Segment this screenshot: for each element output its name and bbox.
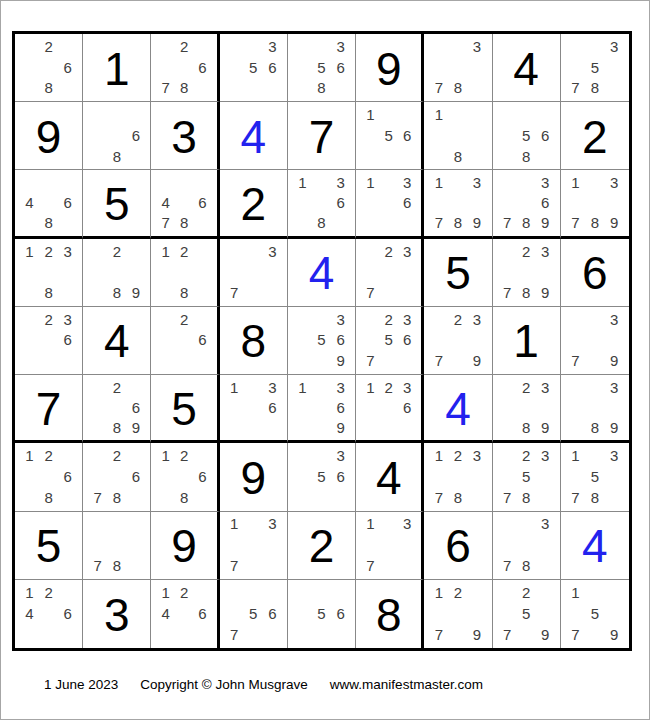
cell-r1c1[interactable]: 268 bbox=[15, 34, 83, 102]
cell-r8c7[interactable]: 6 bbox=[424, 512, 492, 580]
given-digit: 9 bbox=[36, 112, 62, 160]
pencil-marks: 156 bbox=[356, 102, 421, 169]
pencil-marks: 2689 bbox=[83, 375, 150, 440]
given-digit: 4 bbox=[376, 453, 402, 501]
cell-r2c3[interactable]: 3 bbox=[151, 102, 219, 170]
cell-r7c9[interactable]: 13578 bbox=[561, 443, 629, 511]
given-digit: 2 bbox=[582, 112, 608, 160]
given-digit: 5 bbox=[104, 179, 130, 227]
candidate-digit: 1 bbox=[20, 241, 39, 262]
candidate-digit: 3 bbox=[331, 309, 350, 330]
given-digit: 5 bbox=[445, 248, 471, 296]
cell-r6c4[interactable]: 136 bbox=[220, 375, 288, 443]
pencil-marks: 567 bbox=[220, 580, 287, 648]
pencil-marks: 36789 bbox=[493, 170, 560, 235]
candidate-digit: 1 bbox=[225, 514, 244, 535]
candidate-digit: 2 bbox=[380, 309, 398, 330]
pencil-marks: 568 bbox=[493, 102, 560, 169]
cell-r7c7[interactable]: 12378 bbox=[424, 443, 492, 511]
candidate-digit: 9 bbox=[605, 624, 624, 645]
cell-r7c1[interactable]: 1268 bbox=[15, 443, 83, 511]
candidate-digit: 7 bbox=[225, 555, 244, 576]
candidate-digit: 2 bbox=[175, 241, 193, 262]
candidate-digit: 3 bbox=[398, 241, 416, 262]
candidate-digit: 8 bbox=[107, 282, 126, 303]
pencil-marks: 356 bbox=[288, 443, 355, 510]
candidate-digit: 5 bbox=[517, 603, 536, 624]
pencil-marks: 1238 bbox=[15, 239, 82, 306]
pencil-marks: 468 bbox=[15, 170, 82, 235]
candidate-digit: 8 bbox=[175, 77, 193, 98]
candidate-digit: 8 bbox=[39, 487, 58, 508]
candidate-digit: 3 bbox=[536, 377, 555, 397]
pencil-marks: 356 bbox=[220, 34, 287, 101]
candidate-digit: 2 bbox=[517, 445, 536, 466]
candidate-digit: 3 bbox=[605, 445, 624, 466]
cell-r2c8[interactable]: 568 bbox=[493, 102, 561, 170]
candidate-digit: 1 bbox=[361, 514, 379, 535]
given-digit: 5 bbox=[36, 521, 62, 569]
candidate-digit: 3 bbox=[398, 514, 416, 535]
candidate-digit: 9 bbox=[331, 417, 350, 437]
cell-r9c8[interactable]: 2579 bbox=[493, 580, 561, 648]
candidate-digit: 1 bbox=[429, 104, 448, 125]
candidate-digit: 7 bbox=[88, 555, 107, 576]
candidate-digit: 6 bbox=[331, 397, 350, 417]
cell-r9c5[interactable]: 56 bbox=[288, 580, 356, 648]
candidate-digit: 5 bbox=[312, 466, 331, 487]
cell-r6c2[interactable]: 2689 bbox=[83, 375, 151, 443]
candidate-digit: 3 bbox=[536, 445, 555, 466]
cell-r5c6[interactable]: 23567 bbox=[356, 307, 424, 375]
candidate-digit: 2 bbox=[175, 582, 193, 603]
cell-r1c3[interactable]: 2678 bbox=[151, 34, 219, 102]
pencil-marks: 2678 bbox=[83, 443, 150, 510]
candidate-digit: 8 bbox=[517, 282, 536, 303]
candidate-digit: 1 bbox=[225, 377, 244, 397]
candidate-digit: 6 bbox=[58, 330, 77, 351]
cell-r9c3[interactable]: 1246 bbox=[151, 580, 219, 648]
pencil-marks: 379 bbox=[561, 307, 629, 374]
candidate-digit: 3 bbox=[467, 36, 486, 57]
solved-digit: 4 bbox=[309, 248, 335, 296]
candidate-digit: 7 bbox=[498, 213, 517, 233]
cell-r9c4[interactable]: 567 bbox=[220, 580, 288, 648]
candidate-digit: 2 bbox=[448, 445, 467, 466]
footer-website: www.manifestmaster.com bbox=[330, 677, 483, 692]
candidate-digit: 1 bbox=[20, 445, 39, 466]
pencil-marks: 13578 bbox=[561, 443, 629, 510]
candidate-digit: 1 bbox=[566, 172, 585, 192]
given-digit: 2 bbox=[240, 179, 266, 227]
candidate-digit: 8 bbox=[585, 77, 604, 98]
given-digit: 4 bbox=[513, 44, 539, 92]
candidate-digit: 6 bbox=[126, 125, 145, 146]
cell-r9c9[interactable]: 1579 bbox=[561, 580, 629, 648]
candidate-digit: 3 bbox=[331, 377, 350, 397]
cell-r3c7[interactable]: 13789 bbox=[424, 170, 492, 238]
candidate-digit: 6 bbox=[193, 193, 211, 213]
candidate-digit: 2 bbox=[39, 582, 58, 603]
candidate-digit: 3 bbox=[467, 445, 486, 466]
candidate-digit: 4 bbox=[20, 193, 39, 213]
given-digit: 2 bbox=[309, 521, 335, 569]
candidate-digit: 5 bbox=[517, 125, 536, 146]
cell-r9c7[interactable]: 1279 bbox=[424, 580, 492, 648]
candidate-digit: 7 bbox=[498, 487, 517, 508]
pencil-marks: 13789 bbox=[561, 170, 629, 235]
candidate-digit: 2 bbox=[175, 309, 193, 330]
cell-r7c4[interactable]: 9 bbox=[220, 443, 288, 511]
given-digit: 7 bbox=[36, 384, 62, 432]
pencil-marks: 1268 bbox=[15, 443, 82, 510]
cell-r3c1[interactable]: 468 bbox=[15, 170, 83, 238]
cell-r2c9[interactable]: 2 bbox=[561, 102, 629, 170]
candidate-digit: 2 bbox=[107, 445, 126, 466]
candidate-digit: 1 bbox=[361, 377, 379, 397]
candidate-digit: 1 bbox=[293, 172, 312, 192]
candidate-digit: 5 bbox=[312, 603, 331, 624]
cell-r5c2[interactable]: 4 bbox=[83, 307, 151, 375]
candidate-digit: 7 bbox=[429, 77, 448, 98]
candidate-digit: 2 bbox=[517, 582, 536, 603]
candidate-digit: 8 bbox=[448, 146, 467, 167]
cell-r7c5[interactable]: 356 bbox=[288, 443, 356, 511]
cell-r4c5[interactable]: 4 bbox=[288, 239, 356, 307]
cell-r2c2[interactable]: 68 bbox=[83, 102, 151, 170]
candidate-digit: 5 bbox=[244, 57, 263, 78]
solved-digit: 4 bbox=[445, 384, 471, 432]
candidate-digit: 7 bbox=[566, 624, 585, 645]
candidate-digit: 8 bbox=[107, 487, 126, 508]
cell-r8c5[interactable]: 2 bbox=[288, 512, 356, 580]
puzzle-page: 2681267835635689378435789683471561856824… bbox=[0, 0, 650, 720]
pencil-marks: 236 bbox=[15, 307, 82, 374]
candidate-digit: 1 bbox=[156, 241, 174, 262]
cell-r3c2[interactable]: 5 bbox=[83, 170, 151, 238]
candidate-digit: 8 bbox=[448, 487, 467, 508]
candidate-digit: 7 bbox=[566, 213, 585, 233]
candidate-digit: 5 bbox=[244, 603, 263, 624]
pencil-marks: 136 bbox=[356, 170, 421, 235]
candidate-digit: 7 bbox=[361, 282, 379, 303]
candidate-digit: 6 bbox=[126, 466, 145, 487]
candidate-digit: 8 bbox=[312, 213, 331, 233]
cell-r5c9[interactable]: 379 bbox=[561, 307, 629, 375]
cell-r7c3[interactable]: 1268 bbox=[151, 443, 219, 511]
cell-r4c8[interactable]: 23789 bbox=[493, 239, 561, 307]
cell-r8c3[interactable]: 9 bbox=[151, 512, 219, 580]
pencil-marks: 1368 bbox=[288, 170, 355, 235]
candidate-digit: 7 bbox=[566, 77, 585, 98]
given-digit: 7 bbox=[309, 112, 335, 160]
cell-r6c3[interactable]: 5 bbox=[151, 375, 219, 443]
candidate-digit: 3 bbox=[263, 36, 282, 57]
candidate-digit: 9 bbox=[126, 417, 145, 437]
candidate-digit: 5 bbox=[312, 330, 331, 351]
candidate-digit: 8 bbox=[585, 213, 604, 233]
pencil-marks: 68 bbox=[83, 102, 150, 169]
candidate-digit: 8 bbox=[175, 213, 193, 233]
cell-r1c5[interactable]: 3568 bbox=[288, 34, 356, 102]
pencil-marks: 1246 bbox=[151, 580, 216, 648]
candidate-digit: 3 bbox=[536, 241, 555, 262]
pencil-marks: 389 bbox=[561, 375, 629, 440]
candidate-digit: 8 bbox=[175, 487, 193, 508]
candidate-digit: 7 bbox=[156, 77, 174, 98]
pencil-marks: 56 bbox=[288, 580, 355, 648]
cell-r4c7[interactable]: 5 bbox=[424, 239, 492, 307]
pencil-marks: 137 bbox=[356, 512, 421, 579]
candidate-digit: 3 bbox=[58, 241, 77, 262]
candidate-digit: 6 bbox=[263, 57, 282, 78]
candidate-digit: 2 bbox=[380, 377, 398, 397]
candidate-digit: 3 bbox=[263, 514, 282, 535]
candidate-digit: 6 bbox=[193, 603, 211, 624]
candidate-digit: 2 bbox=[39, 241, 58, 262]
candidate-digit: 3 bbox=[605, 172, 624, 192]
candidate-digit: 7 bbox=[429, 350, 448, 371]
cell-r8c8[interactable]: 378 bbox=[493, 512, 561, 580]
candidate-digit: 3 bbox=[605, 377, 624, 397]
candidate-digit: 7 bbox=[361, 350, 379, 371]
cell-r4c2[interactable]: 289 bbox=[83, 239, 151, 307]
pencil-marks: 289 bbox=[83, 239, 150, 306]
candidate-digit: 3 bbox=[467, 172, 486, 192]
candidate-digit: 6 bbox=[58, 193, 77, 213]
cell-r8c6[interactable]: 137 bbox=[356, 512, 424, 580]
cell-r3c9[interactable]: 13789 bbox=[561, 170, 629, 238]
cell-r8c9[interactable]: 4 bbox=[561, 512, 629, 580]
cell-r9c1[interactable]: 1246 bbox=[15, 580, 83, 648]
candidate-digit: 7 bbox=[566, 350, 585, 371]
given-digit: 4 bbox=[104, 316, 130, 364]
candidate-digit: 8 bbox=[39, 213, 58, 233]
cell-r6c9[interactable]: 389 bbox=[561, 375, 629, 443]
candidate-digit: 8 bbox=[517, 555, 536, 576]
candidate-digit: 3 bbox=[398, 172, 416, 192]
candidate-digit: 2 bbox=[448, 582, 467, 603]
candidate-digit: 8 bbox=[39, 77, 58, 98]
cell-r4c6[interactable]: 237 bbox=[356, 239, 424, 307]
cell-r2c5[interactable]: 7 bbox=[288, 102, 356, 170]
candidate-digit: 9 bbox=[126, 282, 145, 303]
candidate-digit: 5 bbox=[380, 125, 398, 146]
pencil-marks: 4678 bbox=[151, 170, 216, 235]
candidate-digit: 8 bbox=[107, 417, 126, 437]
given-digit: 6 bbox=[582, 248, 608, 296]
cell-r8c4[interactable]: 137 bbox=[220, 512, 288, 580]
candidate-digit: 7 bbox=[156, 213, 174, 233]
candidate-digit: 5 bbox=[380, 330, 398, 351]
candidate-digit: 7 bbox=[429, 624, 448, 645]
pencil-marks: 2389 bbox=[493, 375, 560, 440]
candidate-digit: 6 bbox=[398, 397, 416, 417]
cell-r8c1[interactable]: 5 bbox=[15, 512, 83, 580]
cell-r3c8[interactable]: 36789 bbox=[493, 170, 561, 238]
cell-r1c6[interactable]: 9 bbox=[356, 34, 424, 102]
candidate-digit: 7 bbox=[88, 487, 107, 508]
candidate-digit: 2 bbox=[175, 445, 193, 466]
candidate-digit: 6 bbox=[263, 397, 282, 417]
candidate-digit: 1 bbox=[429, 172, 448, 192]
candidate-digit: 8 bbox=[448, 77, 467, 98]
cell-r2c1[interactable]: 9 bbox=[15, 102, 83, 170]
cell-r6c7[interactable]: 4 bbox=[424, 375, 492, 443]
cell-r3c5[interactable]: 1368 bbox=[288, 170, 356, 238]
candidate-digit: 5 bbox=[585, 603, 604, 624]
candidate-digit: 1 bbox=[293, 377, 312, 397]
candidate-digit: 6 bbox=[193, 330, 211, 351]
cell-r1c7[interactable]: 378 bbox=[424, 34, 492, 102]
candidate-digit: 8 bbox=[107, 555, 126, 576]
given-digit: 1 bbox=[104, 44, 130, 92]
candidate-digit: 1 bbox=[361, 172, 379, 192]
candidate-digit: 8 bbox=[585, 487, 604, 508]
candidate-digit: 4 bbox=[156, 603, 174, 624]
candidate-digit: 2 bbox=[107, 377, 126, 397]
given-digit: 3 bbox=[171, 112, 197, 160]
candidate-digit: 1 bbox=[156, 582, 174, 603]
pencil-marks: 13789 bbox=[424, 170, 491, 235]
pencil-marks: 378 bbox=[424, 34, 491, 101]
candidate-digit: 9 bbox=[605, 350, 624, 371]
cell-r7c2[interactable]: 2678 bbox=[83, 443, 151, 511]
candidate-digit: 6 bbox=[331, 193, 350, 213]
pencil-marks: 136 bbox=[220, 375, 287, 440]
candidate-digit: 7 bbox=[498, 555, 517, 576]
pencil-marks: 137 bbox=[220, 512, 287, 579]
candidate-digit: 3 bbox=[398, 309, 416, 330]
cell-r5c1[interactable]: 236 bbox=[15, 307, 83, 375]
candidate-digit: 3 bbox=[536, 172, 555, 192]
cell-r9c2[interactable]: 3 bbox=[83, 580, 151, 648]
cell-r3c3[interactable]: 4678 bbox=[151, 170, 219, 238]
candidate-digit: 8 bbox=[517, 417, 536, 437]
candidate-digit: 6 bbox=[58, 466, 77, 487]
pencil-marks: 128 bbox=[151, 239, 216, 306]
candidate-digit: 2 bbox=[517, 377, 536, 397]
candidate-digit: 3 bbox=[536, 514, 555, 535]
cell-r2c4[interactable]: 4 bbox=[220, 102, 288, 170]
cell-r4c1[interactable]: 1238 bbox=[15, 239, 83, 307]
footer-date: 1 June 2023 bbox=[44, 677, 118, 692]
cell-r3c4[interactable]: 2 bbox=[220, 170, 288, 238]
candidate-digit: 8 bbox=[517, 146, 536, 167]
candidate-digit: 4 bbox=[20, 603, 39, 624]
pencil-marks: 3578 bbox=[561, 34, 629, 101]
pencil-marks: 12378 bbox=[424, 443, 491, 510]
footer-caption: 1 June 2023 Copyright © John Musgrave ww… bbox=[44, 677, 483, 692]
candidate-digit: 2 bbox=[380, 241, 398, 262]
candidate-digit: 6 bbox=[536, 125, 555, 146]
pencil-marks: 3568 bbox=[288, 34, 355, 101]
candidate-digit: 5 bbox=[312, 57, 331, 78]
cell-r1c9[interactable]: 3578 bbox=[561, 34, 629, 102]
candidate-digit: 7 bbox=[498, 624, 517, 645]
candidate-digit: 9 bbox=[536, 213, 555, 233]
given-digit: 9 bbox=[171, 521, 197, 569]
cell-r5c4[interactable]: 8 bbox=[220, 307, 288, 375]
sudoku-board: 2681267835635689378435789683471561856824… bbox=[12, 31, 632, 651]
given-digit: 8 bbox=[376, 590, 402, 638]
cell-r6c1[interactable]: 7 bbox=[15, 375, 83, 443]
pencil-marks: 78 bbox=[83, 512, 150, 579]
candidate-digit: 2 bbox=[39, 445, 58, 466]
candidate-digit: 7 bbox=[429, 213, 448, 233]
pencil-marks: 3569 bbox=[288, 307, 355, 374]
candidate-digit: 6 bbox=[398, 193, 416, 213]
cell-r1c2[interactable]: 1 bbox=[83, 34, 151, 102]
given-digit: 8 bbox=[240, 316, 266, 364]
pencil-marks: 1236 bbox=[356, 375, 421, 440]
candidate-digit: 5 bbox=[585, 466, 604, 487]
pencil-marks: 378 bbox=[493, 512, 560, 579]
candidate-digit: 3 bbox=[331, 172, 350, 192]
candidate-digit: 6 bbox=[263, 603, 282, 624]
candidate-digit: 2 bbox=[175, 36, 193, 57]
candidate-digit: 9 bbox=[605, 417, 624, 437]
cell-r9c6[interactable]: 8 bbox=[356, 580, 424, 648]
given-digit: 3 bbox=[104, 590, 130, 638]
candidate-digit: 6 bbox=[331, 466, 350, 487]
given-digit: 6 bbox=[445, 521, 471, 569]
cell-r4c4[interactable]: 37 bbox=[220, 239, 288, 307]
cell-r5c7[interactable]: 2379 bbox=[424, 307, 492, 375]
cell-r5c3[interactable]: 26 bbox=[151, 307, 219, 375]
pencil-marks: 26 bbox=[151, 307, 216, 374]
candidate-digit: 7 bbox=[566, 487, 585, 508]
cell-r6c6[interactable]: 1236 bbox=[356, 375, 424, 443]
candidate-digit: 3 bbox=[58, 309, 77, 330]
footer-copyright: Copyright © John Musgrave bbox=[140, 677, 308, 692]
cell-r5c5[interactable]: 3569 bbox=[288, 307, 356, 375]
cell-r2c7[interactable]: 18 bbox=[424, 102, 492, 170]
pencil-marks: 23578 bbox=[493, 443, 560, 510]
cell-r3c6[interactable]: 136 bbox=[356, 170, 424, 238]
candidate-digit: 4 bbox=[156, 193, 174, 213]
cell-r1c8[interactable]: 4 bbox=[493, 34, 561, 102]
cell-r4c9[interactable]: 6 bbox=[561, 239, 629, 307]
pencil-marks: 1246 bbox=[15, 580, 82, 648]
pencil-marks: 2579 bbox=[493, 580, 560, 648]
candidate-digit: 9 bbox=[331, 350, 350, 371]
pencil-marks: 23789 bbox=[493, 239, 560, 306]
candidate-digit: 3 bbox=[605, 309, 624, 330]
cell-r1c4[interactable]: 356 bbox=[220, 34, 288, 102]
cell-r7c6[interactable]: 4 bbox=[356, 443, 424, 511]
cell-r7c8[interactable]: 23578 bbox=[493, 443, 561, 511]
candidate-digit: 8 bbox=[175, 282, 193, 303]
candidate-digit: 6 bbox=[193, 466, 211, 487]
candidate-digit: 6 bbox=[398, 330, 416, 351]
pencil-marks: 37 bbox=[220, 239, 287, 306]
given-digit: 1 bbox=[513, 316, 539, 364]
candidate-digit: 2 bbox=[107, 241, 126, 262]
cell-r5c8[interactable]: 1 bbox=[493, 307, 561, 375]
candidate-digit: 1 bbox=[566, 445, 585, 466]
cell-r4c3[interactable]: 128 bbox=[151, 239, 219, 307]
cell-r6c8[interactable]: 2389 bbox=[493, 375, 561, 443]
cell-r6c5[interactable]: 1369 bbox=[288, 375, 356, 443]
pencil-marks: 268 bbox=[15, 34, 82, 101]
candidate-digit: 7 bbox=[361, 555, 379, 576]
candidate-digit: 5 bbox=[585, 57, 604, 78]
cell-r8c2[interactable]: 78 bbox=[83, 512, 151, 580]
candidate-digit: 2 bbox=[39, 36, 58, 57]
candidate-digit: 1 bbox=[566, 582, 585, 603]
cell-r2c6[interactable]: 156 bbox=[356, 102, 424, 170]
